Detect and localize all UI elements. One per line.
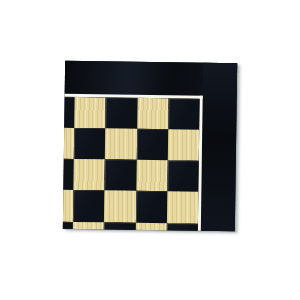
square-f7: [105, 128, 137, 160]
square-h5: [167, 191, 199, 223]
square-g4: [135, 222, 167, 230]
square-d6: [63, 159, 74, 191]
square-f8: [105, 97, 137, 129]
square-e4: [73, 221, 105, 230]
square-h8: [168, 98, 200, 130]
square-f5: [104, 191, 136, 223]
square-e5: [73, 190, 105, 222]
chessboard: [63, 61, 237, 231]
product-photo: [0, 0, 300, 300]
square-d4: [63, 221, 73, 231]
square-d8: [63, 96, 75, 127]
square-h6: [167, 160, 199, 192]
chess-board-grid: [63, 96, 200, 230]
square-e7: [74, 128, 106, 160]
square-e8: [74, 96, 106, 128]
square-h4: [166, 223, 198, 231]
square-g5: [135, 191, 167, 223]
square-e6: [73, 159, 105, 191]
square-h7: [168, 129, 200, 161]
square-f6: [105, 159, 137, 191]
square-f4: [104, 222, 136, 231]
board-crop-viewport: [63, 96, 200, 230]
square-g7: [136, 129, 168, 161]
board-frame-right: [200, 63, 237, 231]
square-d7: [63, 127, 74, 159]
square-g6: [136, 160, 168, 192]
square-g8: [137, 97, 169, 129]
square-d5: [63, 190, 74, 222]
